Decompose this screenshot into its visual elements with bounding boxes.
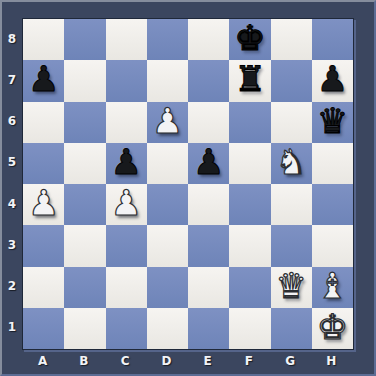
square-h5 bbox=[312, 143, 353, 184]
square-c2 bbox=[106, 267, 147, 308]
rank-label-3: 3 bbox=[2, 224, 22, 265]
square-h4 bbox=[312, 184, 353, 225]
square-d6: ♟ bbox=[147, 102, 188, 143]
square-g3 bbox=[271, 225, 312, 266]
square-f8: ♚ bbox=[229, 19, 270, 60]
file-label-g: G bbox=[270, 351, 311, 371]
square-f4 bbox=[229, 184, 270, 225]
white-queen-g2: ♛ bbox=[275, 269, 306, 304]
square-b1 bbox=[64, 308, 105, 349]
chess-board: ♚♟♜♟♟♛♟♟♞♟♟♛♝♚ bbox=[22, 18, 354, 350]
white-pawn-a4: ♟ bbox=[28, 186, 59, 221]
white-pawn-c4: ♟ bbox=[110, 186, 141, 221]
square-g5: ♞ bbox=[271, 143, 312, 184]
square-h3 bbox=[312, 225, 353, 266]
rank-label-6: 6 bbox=[2, 101, 22, 142]
square-a5 bbox=[23, 143, 64, 184]
square-g1 bbox=[271, 308, 312, 349]
square-c6 bbox=[106, 102, 147, 143]
black-pawn-h7: ♟ bbox=[317, 62, 348, 97]
rank-labels: 87654321 bbox=[2, 18, 22, 348]
square-c4: ♟ bbox=[106, 184, 147, 225]
square-b4 bbox=[64, 184, 105, 225]
square-c5: ♟ bbox=[106, 143, 147, 184]
square-f7: ♜ bbox=[229, 60, 270, 101]
file-label-d: D bbox=[146, 351, 187, 371]
square-a7: ♟ bbox=[23, 60, 64, 101]
square-c8 bbox=[106, 19, 147, 60]
black-pawn-c5: ♟ bbox=[110, 145, 141, 180]
square-g7 bbox=[271, 60, 312, 101]
black-pawn-a7: ♟ bbox=[28, 62, 59, 97]
square-d2 bbox=[147, 267, 188, 308]
square-b2 bbox=[64, 267, 105, 308]
square-e2 bbox=[188, 267, 229, 308]
square-a2 bbox=[23, 267, 64, 308]
white-king-h1: ♚ bbox=[317, 310, 348, 345]
file-label-f: F bbox=[228, 351, 269, 371]
square-g4 bbox=[271, 184, 312, 225]
white-pawn-d6: ♟ bbox=[152, 104, 183, 139]
square-h2: ♝ bbox=[312, 267, 353, 308]
square-f3 bbox=[229, 225, 270, 266]
square-a4: ♟ bbox=[23, 184, 64, 225]
square-c3 bbox=[106, 225, 147, 266]
square-g6 bbox=[271, 102, 312, 143]
square-e4 bbox=[188, 184, 229, 225]
square-b8 bbox=[64, 19, 105, 60]
rank-label-4: 4 bbox=[2, 183, 22, 224]
square-b3 bbox=[64, 225, 105, 266]
square-e1 bbox=[188, 308, 229, 349]
black-rook-f7: ♜ bbox=[234, 62, 265, 97]
square-c7 bbox=[106, 60, 147, 101]
square-e7 bbox=[188, 60, 229, 101]
square-b5 bbox=[64, 143, 105, 184]
black-king-f8: ♚ bbox=[234, 21, 265, 56]
square-d7 bbox=[147, 60, 188, 101]
rank-label-7: 7 bbox=[2, 59, 22, 100]
file-label-a: A bbox=[22, 351, 63, 371]
file-label-b: B bbox=[63, 351, 104, 371]
square-c1 bbox=[106, 308, 147, 349]
rank-label-5: 5 bbox=[2, 142, 22, 183]
square-g8 bbox=[271, 19, 312, 60]
white-bishop-h2: ♝ bbox=[317, 269, 348, 304]
square-d1 bbox=[147, 308, 188, 349]
file-labels: ABCDEFGH bbox=[22, 351, 352, 371]
file-label-e: E bbox=[187, 351, 228, 371]
file-label-h: H bbox=[311, 351, 352, 371]
white-knight-g5: ♞ bbox=[275, 145, 306, 180]
square-f1 bbox=[229, 308, 270, 349]
square-e3 bbox=[188, 225, 229, 266]
square-g2: ♛ bbox=[271, 267, 312, 308]
square-b6 bbox=[64, 102, 105, 143]
square-f5 bbox=[229, 143, 270, 184]
square-f2 bbox=[229, 267, 270, 308]
square-h7: ♟ bbox=[312, 60, 353, 101]
square-f6 bbox=[229, 102, 270, 143]
rank-label-8: 8 bbox=[2, 18, 22, 59]
square-d3 bbox=[147, 225, 188, 266]
square-a3 bbox=[23, 225, 64, 266]
square-a8 bbox=[23, 19, 64, 60]
square-b7 bbox=[64, 60, 105, 101]
square-d5 bbox=[147, 143, 188, 184]
square-h8 bbox=[312, 19, 353, 60]
black-pawn-e5: ♟ bbox=[193, 145, 224, 180]
file-label-c: C bbox=[105, 351, 146, 371]
square-d8 bbox=[147, 19, 188, 60]
square-a6 bbox=[23, 102, 64, 143]
rank-label-2: 2 bbox=[2, 266, 22, 307]
square-h1: ♚ bbox=[312, 308, 353, 349]
square-h6: ♛ bbox=[312, 102, 353, 143]
chess-board-frame: 87654321 ♚♟♜♟♟♛♟♟♞♟♟♛♝♚ ABCDEFGH bbox=[0, 0, 376, 376]
square-e5: ♟ bbox=[188, 143, 229, 184]
square-e8 bbox=[188, 19, 229, 60]
black-queen-h6: ♛ bbox=[317, 104, 348, 139]
square-e6 bbox=[188, 102, 229, 143]
square-a1 bbox=[23, 308, 64, 349]
square-d4 bbox=[147, 184, 188, 225]
rank-label-1: 1 bbox=[2, 307, 22, 348]
